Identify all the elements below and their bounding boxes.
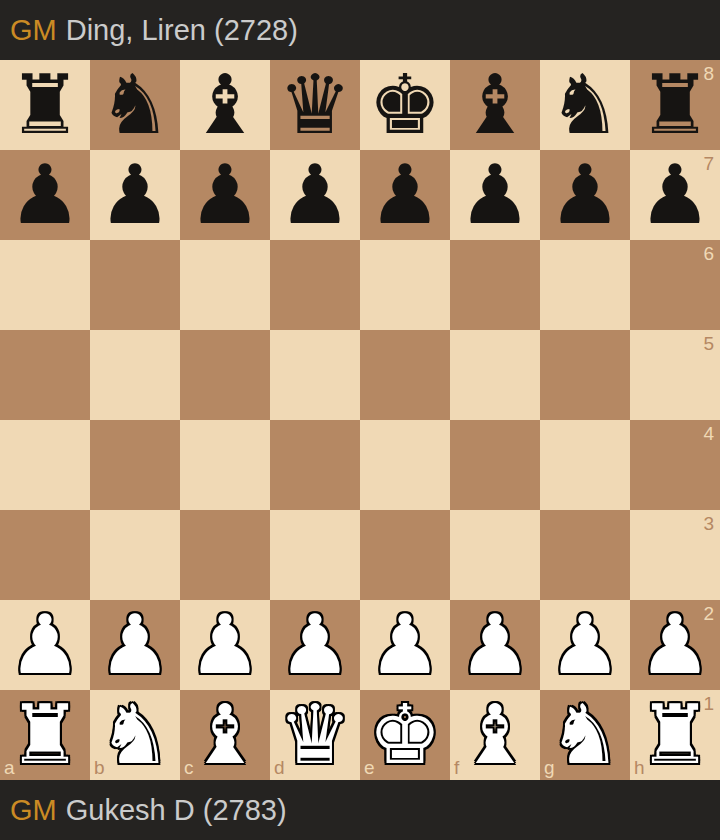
square-f2[interactable]: ♟ [450,600,540,690]
square-e8[interactable]: ♚ [360,60,450,150]
square-h7[interactable]: ♟7 [630,150,720,240]
square-d5[interactable] [270,330,360,420]
square-h6[interactable]: 6 [630,240,720,330]
square-g8[interactable]: ♞ [540,60,630,150]
coord-rank-5: 5 [703,334,714,353]
square-f1[interactable]: ♝f [450,690,540,780]
coord-rank-3: 3 [703,514,714,533]
chess-board: ♜♞♝♛♚♝♞♜8♟♟♟♟♟♟♟♟76543♟♟♟♟♟♟♟♟2♜a♞b♝c♛d♚… [0,60,720,780]
square-b5[interactable] [90,330,180,420]
player-title-bottom: GM [10,794,57,827]
square-b8[interactable]: ♞ [90,60,180,150]
square-c4[interactable] [180,420,270,510]
square-a7[interactable]: ♟ [0,150,90,240]
piece-white-knight[interactable]: ♞ [548,694,622,776]
piece-white-pawn[interactable]: ♟ [278,604,352,686]
piece-white-pawn[interactable]: ♟ [368,604,442,686]
square-e4[interactable] [360,420,450,510]
square-e5[interactable] [360,330,450,420]
piece-black-queen[interactable]: ♛ [278,64,352,146]
square-b3[interactable] [90,510,180,600]
square-a5[interactable] [0,330,90,420]
piece-white-pawn[interactable]: ♟ [548,604,622,686]
piece-black-pawn[interactable]: ♟ [458,154,532,236]
square-d6[interactable] [270,240,360,330]
piece-white-rook[interactable]: ♜ [638,694,712,776]
square-c3[interactable] [180,510,270,600]
player-name-top: Ding, Liren (2728) [66,14,298,47]
square-b2[interactable]: ♟ [90,600,180,690]
square-c6[interactable] [180,240,270,330]
piece-white-pawn[interactable]: ♟ [8,604,82,686]
piece-white-king[interactable]: ♚ [368,694,442,776]
square-h4[interactable]: 4 [630,420,720,510]
square-c5[interactable] [180,330,270,420]
square-a3[interactable] [0,510,90,600]
piece-black-pawn[interactable]: ♟ [98,154,172,236]
square-c1[interactable]: ♝c [180,690,270,780]
square-e7[interactable]: ♟ [360,150,450,240]
square-d3[interactable] [270,510,360,600]
square-g7[interactable]: ♟ [540,150,630,240]
piece-black-pawn[interactable]: ♟ [188,154,262,236]
player-title-top: GM [10,14,57,47]
square-b1[interactable]: ♞b [90,690,180,780]
piece-white-pawn[interactable]: ♟ [98,604,172,686]
square-h1[interactable]: ♜1h [630,690,720,780]
square-f7[interactable]: ♟ [450,150,540,240]
piece-black-rook[interactable]: ♜ [8,64,82,146]
square-a4[interactable] [0,420,90,510]
piece-white-knight[interactable]: ♞ [98,694,172,776]
piece-black-pawn[interactable]: ♟ [638,154,712,236]
player-name-bottom: Gukesh D (2783) [66,794,287,827]
piece-black-knight[interactable]: ♞ [98,64,172,146]
square-g2[interactable]: ♟ [540,600,630,690]
square-a8[interactable]: ♜ [0,60,90,150]
coord-rank-4: 4 [703,424,714,443]
piece-white-rook[interactable]: ♜ [8,694,82,776]
square-e3[interactable] [360,510,450,600]
piece-black-pawn[interactable]: ♟ [548,154,622,236]
piece-black-king[interactable]: ♚ [368,64,442,146]
square-b7[interactable]: ♟ [90,150,180,240]
square-d7[interactable]: ♟ [270,150,360,240]
square-b6[interactable] [90,240,180,330]
square-g6[interactable] [540,240,630,330]
square-g3[interactable] [540,510,630,600]
piece-black-pawn[interactable]: ♟ [368,154,442,236]
square-h5[interactable]: 5 [630,330,720,420]
square-g5[interactable] [540,330,630,420]
piece-black-knight[interactable]: ♞ [548,64,622,146]
piece-black-bishop[interactable]: ♝ [458,64,532,146]
piece-white-pawn[interactable]: ♟ [458,604,532,686]
square-f6[interactable] [450,240,540,330]
square-e1[interactable]: ♚e [360,690,450,780]
square-f4[interactable] [450,420,540,510]
square-d8[interactable]: ♛ [270,60,360,150]
piece-black-pawn[interactable]: ♟ [8,154,82,236]
square-h8[interactable]: ♜8 [630,60,720,150]
square-g4[interactable] [540,420,630,510]
square-b4[interactable] [90,420,180,510]
square-c2[interactable]: ♟ [180,600,270,690]
square-e6[interactable] [360,240,450,330]
square-f8[interactable]: ♝ [450,60,540,150]
piece-white-bishop[interactable]: ♝ [458,694,532,776]
square-d4[interactable] [270,420,360,510]
piece-white-pawn[interactable]: ♟ [188,604,262,686]
square-a6[interactable] [0,240,90,330]
square-c8[interactable]: ♝ [180,60,270,150]
square-a2[interactable]: ♟ [0,600,90,690]
square-c7[interactable]: ♟ [180,150,270,240]
square-h2[interactable]: ♟2 [630,600,720,690]
piece-white-pawn[interactable]: ♟ [638,604,712,686]
square-g1[interactable]: ♞g [540,690,630,780]
square-a1[interactable]: ♜a [0,690,90,780]
piece-black-pawn[interactable]: ♟ [278,154,352,236]
square-d2[interactable]: ♟ [270,600,360,690]
player-bar-bottom: GM Gukesh D (2783) [0,780,720,840]
piece-black-rook[interactable]: ♜ [638,64,712,146]
piece-black-bishop[interactable]: ♝ [188,64,262,146]
square-f5[interactable] [450,330,540,420]
player-bar-top: GM Ding, Liren (2728) [0,0,720,60]
piece-white-bishop[interactable]: ♝ [188,694,262,776]
coord-rank-6: 6 [703,244,714,263]
square-e2[interactable]: ♟ [360,600,450,690]
square-f3[interactable] [450,510,540,600]
square-d1[interactable]: ♛d [270,690,360,780]
piece-white-queen[interactable]: ♛ [278,694,352,776]
square-h3[interactable]: 3 [630,510,720,600]
